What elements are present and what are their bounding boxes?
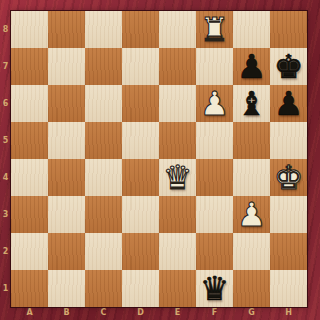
square-a6[interactable] xyxy=(11,85,48,122)
square-f4[interactable] xyxy=(196,159,233,196)
square-a3[interactable] xyxy=(11,196,48,233)
square-f3[interactable] xyxy=(196,196,233,233)
square-c1[interactable] xyxy=(85,270,122,307)
square-d8[interactable] xyxy=(122,11,159,48)
square-c3[interactable] xyxy=(85,196,122,233)
square-f5[interactable] xyxy=(196,122,233,159)
rank-label-8: 8 xyxy=(0,11,11,48)
square-g5[interactable] xyxy=(233,122,270,159)
square-e7[interactable] xyxy=(159,48,196,85)
square-d7[interactable] xyxy=(122,48,159,85)
file-label-b: B xyxy=(48,305,85,320)
rank-label-5: 5 xyxy=(0,122,11,159)
square-c7[interactable] xyxy=(85,48,122,85)
square-a4[interactable] xyxy=(11,159,48,196)
white-king[interactable]: ♚ xyxy=(270,159,307,196)
square-d6[interactable] xyxy=(122,85,159,122)
square-b2[interactable] xyxy=(48,233,85,270)
square-a5[interactable] xyxy=(11,122,48,159)
square-d1[interactable] xyxy=(122,270,159,307)
square-f1[interactable]: ♛ xyxy=(196,270,233,307)
file-label-c: C xyxy=(85,305,122,320)
file-label-d: D xyxy=(122,305,159,320)
square-c8[interactable] xyxy=(85,11,122,48)
file-label-g: G xyxy=(233,305,270,320)
square-g3[interactable]: ♟ xyxy=(233,196,270,233)
square-d2[interactable] xyxy=(122,233,159,270)
square-b6[interactable] xyxy=(48,85,85,122)
black-queen[interactable]: ♛ xyxy=(196,270,233,307)
square-b3[interactable] xyxy=(48,196,85,233)
square-e6[interactable] xyxy=(159,85,196,122)
square-b5[interactable] xyxy=(48,122,85,159)
square-f7[interactable] xyxy=(196,48,233,85)
square-a1[interactable] xyxy=(11,270,48,307)
square-c2[interactable] xyxy=(85,233,122,270)
rank-label-1: 1 xyxy=(0,270,11,307)
rank-label-2: 2 xyxy=(0,233,11,270)
square-f2[interactable] xyxy=(196,233,233,270)
square-d5[interactable] xyxy=(122,122,159,159)
file-label-h: H xyxy=(270,305,307,320)
square-b7[interactable] xyxy=(48,48,85,85)
white-rook[interactable]: ♜ xyxy=(196,11,233,48)
square-c5[interactable] xyxy=(85,122,122,159)
square-g8[interactable] xyxy=(233,11,270,48)
rank-labels: 87654321 xyxy=(0,11,11,307)
black-pawn[interactable]: ♟ xyxy=(233,48,270,85)
rank-label-3: 3 xyxy=(0,196,11,233)
square-h4[interactable]: ♚ xyxy=(270,159,307,196)
square-e1[interactable] xyxy=(159,270,196,307)
square-h1[interactable] xyxy=(270,270,307,307)
file-label-a: A xyxy=(11,305,48,320)
square-e3[interactable] xyxy=(159,196,196,233)
square-c4[interactable] xyxy=(85,159,122,196)
black-king[interactable]: ♚ xyxy=(270,48,307,85)
square-d4[interactable] xyxy=(122,159,159,196)
square-h6[interactable]: ♟ xyxy=(270,85,307,122)
chess-diagram: 87654321 ABCDEFGH ♜♟♚♟♝♟♛♚♟♛ xyxy=(0,0,320,320)
square-b4[interactable] xyxy=(48,159,85,196)
rank-label-4: 4 xyxy=(0,159,11,196)
square-h3[interactable] xyxy=(270,196,307,233)
square-c6[interactable] xyxy=(85,85,122,122)
square-d3[interactable] xyxy=(122,196,159,233)
square-e4[interactable]: ♛ xyxy=(159,159,196,196)
square-e8[interactable] xyxy=(159,11,196,48)
square-h7[interactable]: ♚ xyxy=(270,48,307,85)
white-pawn[interactable]: ♟ xyxy=(233,196,270,233)
square-a2[interactable] xyxy=(11,233,48,270)
white-queen[interactable]: ♛ xyxy=(159,159,196,196)
square-g7[interactable]: ♟ xyxy=(233,48,270,85)
file-label-e: E xyxy=(159,305,196,320)
square-b8[interactable] xyxy=(48,11,85,48)
square-h5[interactable] xyxy=(270,122,307,159)
square-g1[interactable] xyxy=(233,270,270,307)
chess-board: ♜♟♚♟♝♟♛♚♟♛ xyxy=(11,11,307,307)
square-g2[interactable] xyxy=(233,233,270,270)
white-pawn[interactable]: ♟ xyxy=(196,85,233,122)
square-h2[interactable] xyxy=(270,233,307,270)
black-bishop[interactable]: ♝ xyxy=(233,85,270,122)
square-e5[interactable] xyxy=(159,122,196,159)
square-e2[interactable] xyxy=(159,233,196,270)
square-a8[interactable] xyxy=(11,11,48,48)
black-pawn[interactable]: ♟ xyxy=(270,85,307,122)
rank-label-6: 6 xyxy=(0,85,11,122)
square-f6[interactable]: ♟ xyxy=(196,85,233,122)
square-f8[interactable]: ♜ xyxy=(196,11,233,48)
square-g6[interactable]: ♝ xyxy=(233,85,270,122)
square-g4[interactable] xyxy=(233,159,270,196)
square-b1[interactable] xyxy=(48,270,85,307)
square-h8[interactable] xyxy=(270,11,307,48)
file-labels: ABCDEFGH xyxy=(11,305,307,320)
rank-label-7: 7 xyxy=(0,48,11,85)
square-a7[interactable] xyxy=(11,48,48,85)
